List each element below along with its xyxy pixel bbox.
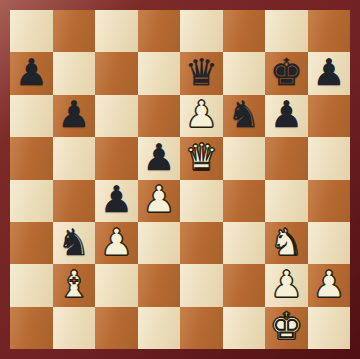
square-g7[interactable]: ♚ — [265, 52, 308, 94]
square-g4[interactable] — [265, 180, 308, 222]
square-f7[interactable] — [223, 52, 266, 94]
square-d4[interactable]: ♟ — [138, 180, 181, 222]
square-d6[interactable] — [138, 95, 181, 137]
square-e7[interactable]: ♛ — [180, 52, 223, 94]
square-b4[interactable] — [53, 180, 96, 222]
white-queen-piece[interactable]: ♛ — [185, 139, 218, 176]
square-h2[interactable]: ♟ — [308, 264, 351, 306]
square-e3[interactable] — [180, 222, 223, 264]
white-king-piece[interactable]: ♚ — [270, 308, 303, 345]
square-g1[interactable]: ♚ — [265, 307, 308, 349]
square-c4[interactable]: ♟ — [95, 180, 138, 222]
square-d2[interactable] — [138, 264, 181, 306]
square-c3[interactable]: ♟ — [95, 222, 138, 264]
square-f8[interactable] — [223, 10, 266, 52]
square-b7[interactable] — [53, 52, 96, 94]
white-bishop-piece[interactable]: ♝ — [57, 266, 90, 303]
square-f6[interactable]: ♞ — [223, 95, 266, 137]
square-c5[interactable] — [95, 137, 138, 179]
square-a3[interactable] — [10, 222, 53, 264]
white-pawn-piece[interactable]: ♟ — [142, 181, 175, 218]
square-g6[interactable]: ♟ — [265, 95, 308, 137]
black-pawn-piece[interactable]: ♟ — [142, 139, 175, 176]
black-pawn-piece[interactable]: ♟ — [312, 54, 345, 91]
square-h1[interactable] — [308, 307, 351, 349]
square-h6[interactable] — [308, 95, 351, 137]
square-e5[interactable]: ♛ — [180, 137, 223, 179]
square-b6[interactable]: ♟ — [53, 95, 96, 137]
square-h7[interactable]: ♟ — [308, 52, 351, 94]
square-d1[interactable] — [138, 307, 181, 349]
square-a8[interactable] — [10, 10, 53, 52]
black-pawn-piece[interactable]: ♟ — [270, 96, 303, 133]
square-e4[interactable] — [180, 180, 223, 222]
black-king-piece[interactable]: ♚ — [270, 54, 303, 91]
square-c2[interactable] — [95, 264, 138, 306]
chess-board: ♟♛♚♟♟♟♞♟♟♛♟♟♞♟♞♝♟♟♚ — [10, 10, 350, 349]
square-a6[interactable] — [10, 95, 53, 137]
square-b3[interactable]: ♞ — [53, 222, 96, 264]
square-e2[interactable] — [180, 264, 223, 306]
white-pawn-piece[interactable]: ♟ — [270, 266, 303, 303]
black-pawn-piece[interactable]: ♟ — [57, 96, 90, 133]
square-a4[interactable] — [10, 180, 53, 222]
square-h5[interactable] — [308, 137, 351, 179]
square-c1[interactable] — [95, 307, 138, 349]
square-e8[interactable] — [180, 10, 223, 52]
square-f4[interactable] — [223, 180, 266, 222]
square-b1[interactable] — [53, 307, 96, 349]
square-f2[interactable] — [223, 264, 266, 306]
square-d5[interactable]: ♟ — [138, 137, 181, 179]
square-e6[interactable]: ♟ — [180, 95, 223, 137]
square-d7[interactable] — [138, 52, 181, 94]
board-frame: ♟♛♚♟♟♟♞♟♟♛♟♟♞♟♞♝♟♟♚ — [0, 0, 360, 359]
square-c7[interactable] — [95, 52, 138, 94]
square-b8[interactable] — [53, 10, 96, 52]
square-g3[interactable]: ♞ — [265, 222, 308, 264]
square-c6[interactable] — [95, 95, 138, 137]
square-f1[interactable] — [223, 307, 266, 349]
square-d3[interactable] — [138, 222, 181, 264]
white-pawn-piece[interactable]: ♟ — [312, 266, 345, 303]
square-f5[interactable] — [223, 137, 266, 179]
black-pawn-piece[interactable]: ♟ — [15, 54, 48, 91]
square-a7[interactable]: ♟ — [10, 52, 53, 94]
black-pawn-piece[interactable]: ♟ — [100, 181, 133, 218]
square-e1[interactable] — [180, 307, 223, 349]
square-g2[interactable]: ♟ — [265, 264, 308, 306]
square-g8[interactable] — [265, 10, 308, 52]
square-f3[interactable] — [223, 222, 266, 264]
square-h8[interactable] — [308, 10, 351, 52]
black-knight-piece[interactable]: ♞ — [227, 96, 260, 133]
square-a1[interactable] — [10, 307, 53, 349]
square-h4[interactable] — [308, 180, 351, 222]
white-pawn-piece[interactable]: ♟ — [100, 224, 133, 261]
black-knight-piece[interactable]: ♞ — [57, 224, 90, 261]
square-h3[interactable] — [308, 222, 351, 264]
square-a5[interactable] — [10, 137, 53, 179]
white-pawn-piece[interactable]: ♟ — [185, 96, 218, 133]
square-b5[interactable] — [53, 137, 96, 179]
square-a2[interactable] — [10, 264, 53, 306]
black-queen-piece[interactable]: ♛ — [185, 54, 218, 91]
square-d8[interactable] — [138, 10, 181, 52]
white-knight-piece[interactable]: ♞ — [270, 224, 303, 261]
square-g5[interactable] — [265, 137, 308, 179]
square-b2[interactable]: ♝ — [53, 264, 96, 306]
square-c8[interactable] — [95, 10, 138, 52]
